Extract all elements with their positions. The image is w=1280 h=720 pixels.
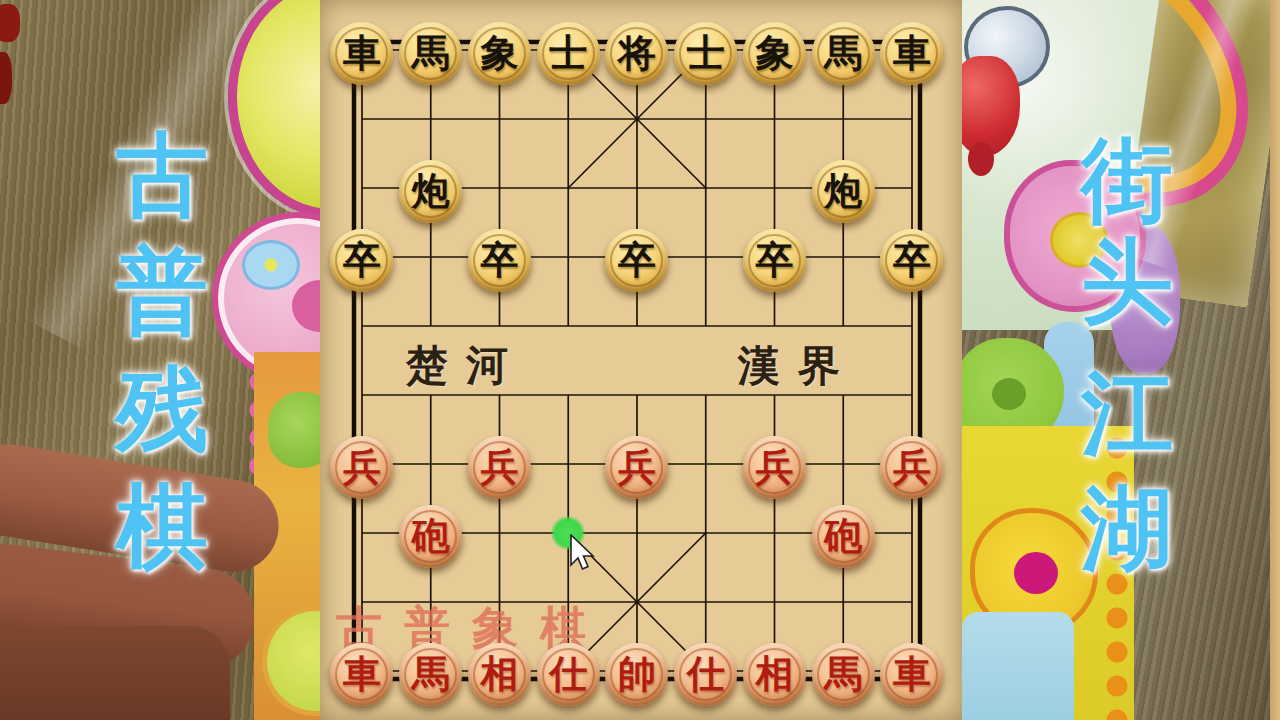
table-edge-strip — [1270, 0, 1280, 720]
piece-black-士[interactable]: 士 — [674, 22, 737, 85]
piece-black-卒[interactable]: 卒 — [468, 229, 531, 292]
piece-black-馬[interactable]: 馬 — [399, 22, 462, 85]
piece-black-象[interactable]: 象 — [743, 22, 806, 85]
caption-char: 头 — [1079, 236, 1175, 328]
piece-red-仕[interactable]: 仕 — [674, 643, 737, 706]
piece-black-炮[interactable]: 炮 — [399, 160, 462, 223]
toy-eye-spot — [242, 240, 300, 290]
piece-red-砲[interactable]: 砲 — [399, 505, 462, 568]
caption-char: 棋 — [114, 481, 210, 573]
mouse-cursor-icon — [568, 534, 598, 574]
piece-red-兵[interactable]: 兵 — [330, 436, 393, 499]
piece-red-兵[interactable]: 兵 — [605, 436, 668, 499]
piece-black-馬[interactable]: 馬 — [812, 22, 875, 85]
piece-black-卒[interactable]: 卒 — [330, 229, 393, 292]
blue-patch-bottom — [962, 612, 1074, 720]
package-green-blob — [268, 392, 320, 468]
yellow-flower-center — [1014, 552, 1058, 594]
piece-black-車[interactable]: 車 — [330, 22, 393, 85]
piece-black-卒[interactable]: 卒 — [880, 229, 943, 292]
piece-red-兵[interactable]: 兵 — [880, 436, 943, 499]
xiangqi-board[interactable]: 楚河 漢界 古普象棋 車馬象士将士象馬車炮炮卒卒卒卒卒兵兵兵兵兵砲砲車馬相仕帥仕… — [320, 0, 962, 720]
piece-black-卒[interactable]: 卒 — [605, 229, 668, 292]
piece-red-仕[interactable]: 仕 — [537, 643, 600, 706]
green-flower-center — [992, 378, 1026, 410]
piece-black-車[interactable]: 車 — [880, 22, 943, 85]
red-mark — [0, 4, 20, 42]
caption-char: 江 — [1079, 368, 1175, 460]
caption-char: 普 — [114, 246, 210, 338]
piece-red-相[interactable]: 相 — [743, 643, 806, 706]
piece-red-車[interactable]: 車 — [330, 643, 393, 706]
piece-black-士[interactable]: 士 — [537, 22, 600, 85]
caption-char: 残 — [114, 364, 210, 456]
piece-grid[interactable]: 車馬象士将士象馬車炮炮卒卒卒卒卒兵兵兵兵兵砲砲車馬相仕帥仕相馬車 — [328, 16, 947, 706]
hand-palm — [0, 626, 230, 720]
piece-red-帥[interactable]: 帥 — [605, 643, 668, 706]
piece-red-砲[interactable]: 砲 — [812, 505, 875, 568]
piece-red-兵[interactable]: 兵 — [743, 436, 806, 499]
red-mark — [0, 52, 12, 104]
red-drop — [968, 142, 994, 176]
caption-char: 湖 — [1079, 483, 1175, 575]
piece-black-将[interactable]: 将 — [605, 22, 668, 85]
piece-red-相[interactable]: 相 — [468, 643, 531, 706]
piece-red-馬[interactable]: 馬 — [399, 643, 462, 706]
screenshot-root: { "game": "xiangqi", "position": { "fen"… — [0, 0, 1280, 720]
caption-char: 古 — [114, 130, 210, 222]
caption-char: 街 — [1079, 135, 1175, 227]
piece-black-炮[interactable]: 炮 — [812, 160, 875, 223]
piece-red-車[interactable]: 車 — [880, 643, 943, 706]
piece-red-兵[interactable]: 兵 — [468, 436, 531, 499]
piece-red-馬[interactable]: 馬 — [812, 643, 875, 706]
piece-black-象[interactable]: 象 — [468, 22, 531, 85]
piece-black-卒[interactable]: 卒 — [743, 229, 806, 292]
